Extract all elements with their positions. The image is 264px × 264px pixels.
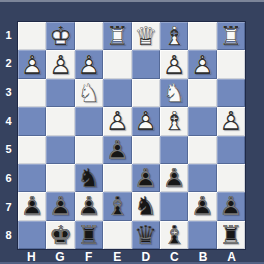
file-label-e: E <box>103 249 132 264</box>
square-d1[interactable]: ♛♕ <box>132 22 160 50</box>
square-a4[interactable]: ♟♙ <box>217 107 245 135</box>
square-b1[interactable] <box>188 22 216 50</box>
square-g8[interactable]: ♚♔ <box>46 221 74 249</box>
file-label-a: A <box>217 249 246 264</box>
square-g7[interactable]: ♟♙ <box>46 192 74 220</box>
square-e1[interactable]: ♜♖ <box>103 22 131 50</box>
square-h7[interactable]: ♟♙ <box>18 192 46 220</box>
black-rook-piece: ♜♖ <box>217 221 245 249</box>
black-pawn-piece: ♟♙ <box>132 164 160 192</box>
square-d3[interactable] <box>132 79 160 107</box>
square-e8[interactable] <box>103 221 131 249</box>
square-g1[interactable]: ♚♔ <box>46 22 74 50</box>
file-label-g: G <box>46 249 75 264</box>
square-c6[interactable]: ♟♙ <box>160 164 188 192</box>
square-e4[interactable]: ♟♙ <box>103 107 131 135</box>
white-queen-piece: ♛♕ <box>132 22 160 50</box>
square-e6[interactable] <box>103 164 131 192</box>
square-a1[interactable]: ♜♖ <box>217 22 245 50</box>
square-b8[interactable] <box>188 221 216 249</box>
square-b3[interactable] <box>188 79 216 107</box>
rank-label-7: 7 <box>0 193 17 222</box>
white-bishop-piece: ♝♗ <box>160 22 188 50</box>
white-pawn-piece: ♟♙ <box>160 50 188 78</box>
rank-label-5: 5 <box>0 136 17 165</box>
square-f5[interactable] <box>75 136 103 164</box>
square-e3[interactable] <box>103 79 131 107</box>
square-e7[interactable]: ♝♗ <box>103 192 131 220</box>
chess-board: ♚♔♜♖♛♕♝♗♜♖♟♙♟♙♟♙♟♙♟♙♞♘♞♘♟♙♟♙♝♗♟♙♟♙♞♘♟♙♟♙… <box>17 21 246 250</box>
square-c1[interactable]: ♝♗ <box>160 22 188 50</box>
white-knight-piece: ♞♘ <box>160 79 188 107</box>
black-pawn-piece: ♟♙ <box>46 192 74 220</box>
square-b2[interactable]: ♟♙ <box>188 50 216 78</box>
black-pawn-piece: ♟♙ <box>75 192 103 220</box>
square-f1[interactable] <box>75 22 103 50</box>
square-a6[interactable] <box>217 164 245 192</box>
file-label-b: B <box>189 249 218 264</box>
black-queen-piece: ♛♕ <box>132 221 160 249</box>
black-pawn-piece: ♟♙ <box>103 136 131 164</box>
white-pawn-piece: ♟♙ <box>217 107 245 135</box>
white-knight-piece: ♞♘ <box>75 79 103 107</box>
square-e5[interactable]: ♟♙ <box>103 136 131 164</box>
square-a7[interactable]: ♟♙ <box>217 192 245 220</box>
white-rook-piece: ♜♖ <box>103 22 131 50</box>
square-d2[interactable] <box>132 50 160 78</box>
square-h3[interactable] <box>18 79 46 107</box>
file-labels: HGFEDCBA <box>17 249 246 264</box>
square-h8[interactable] <box>18 221 46 249</box>
rank-label-6: 6 <box>0 164 17 193</box>
square-c8[interactable]: ♝♗ <box>160 221 188 249</box>
rank-label-8: 8 <box>0 221 17 250</box>
rank-labels: 12345678 <box>0 21 17 250</box>
square-a2[interactable] <box>217 50 245 78</box>
file-label-f: F <box>74 249 103 264</box>
white-pawn-piece: ♟♙ <box>103 107 131 135</box>
white-rook-piece: ♜♖ <box>217 22 245 50</box>
square-c2[interactable]: ♟♙ <box>160 50 188 78</box>
square-e2[interactable] <box>103 50 131 78</box>
square-d7[interactable]: ♞♘ <box>132 192 160 220</box>
square-f3[interactable]: ♞♘ <box>75 79 103 107</box>
square-g2[interactable]: ♟♙ <box>46 50 74 78</box>
file-label-h: H <box>17 249 46 264</box>
square-d4[interactable]: ♟♙ <box>132 107 160 135</box>
white-pawn-piece: ♟♙ <box>46 50 74 78</box>
square-h5[interactable] <box>18 136 46 164</box>
white-bishop-piece: ♝♗ <box>160 107 188 135</box>
square-b4[interactable] <box>188 107 216 135</box>
square-g5[interactable] <box>46 136 74 164</box>
square-g6[interactable] <box>46 164 74 192</box>
rank-label-1: 1 <box>0 21 17 50</box>
square-h2[interactable]: ♟♙ <box>18 50 46 78</box>
white-pawn-piece: ♟♙ <box>75 50 103 78</box>
black-pawn-piece: ♟♙ <box>217 192 245 220</box>
chess-diagram: 12345678 ♚♔♜♖♛♕♝♗♜♖♟♙♟♙♟♙♟♙♟♙♞♘♞♘♟♙♟♙♝♗♟… <box>0 0 264 264</box>
square-g3[interactable] <box>46 79 74 107</box>
square-c4[interactable]: ♝♗ <box>160 107 188 135</box>
black-king-piece: ♚♔ <box>46 221 74 249</box>
black-knight-piece: ♞♘ <box>75 164 103 192</box>
square-c5[interactable] <box>160 136 188 164</box>
square-h6[interactable] <box>18 164 46 192</box>
black-rook-piece: ♜♖ <box>75 221 103 249</box>
square-f6[interactable]: ♞♘ <box>75 164 103 192</box>
square-b5[interactable] <box>188 136 216 164</box>
white-pawn-piece: ♟♙ <box>132 107 160 135</box>
square-c7[interactable] <box>160 192 188 220</box>
file-label-d: D <box>132 249 161 264</box>
square-h1[interactable] <box>18 22 46 50</box>
file-label-c: C <box>160 249 189 264</box>
square-a8[interactable]: ♜♖ <box>217 221 245 249</box>
rank-label-4: 4 <box>0 107 17 136</box>
square-f7[interactable]: ♟♙ <box>75 192 103 220</box>
black-bishop-piece: ♝♗ <box>103 192 131 220</box>
square-g4[interactable] <box>46 107 74 135</box>
white-king-piece: ♚♔ <box>46 22 74 50</box>
black-pawn-piece: ♟♙ <box>188 192 216 220</box>
black-pawn-piece: ♟♙ <box>18 192 46 220</box>
square-a5[interactable] <box>217 136 245 164</box>
rank-label-2: 2 <box>0 50 17 79</box>
black-pawn-piece: ♟♙ <box>160 164 188 192</box>
square-f8[interactable]: ♜♖ <box>75 221 103 249</box>
white-pawn-piece: ♟♙ <box>18 50 46 78</box>
square-a3[interactable] <box>217 79 245 107</box>
square-c3[interactable]: ♞♘ <box>160 79 188 107</box>
black-knight-piece: ♞♘ <box>132 192 160 220</box>
square-f4[interactable] <box>75 107 103 135</box>
square-f2[interactable]: ♟♙ <box>75 50 103 78</box>
square-d6[interactable]: ♟♙ <box>132 164 160 192</box>
rank-label-3: 3 <box>0 78 17 107</box>
black-bishop-piece: ♝♗ <box>160 221 188 249</box>
square-b7[interactable]: ♟♙ <box>188 192 216 220</box>
square-d5[interactable] <box>132 136 160 164</box>
square-d8[interactable]: ♛♕ <box>132 221 160 249</box>
square-h4[interactable] <box>18 107 46 135</box>
white-pawn-piece: ♟♙ <box>188 50 216 78</box>
square-b6[interactable] <box>188 164 216 192</box>
